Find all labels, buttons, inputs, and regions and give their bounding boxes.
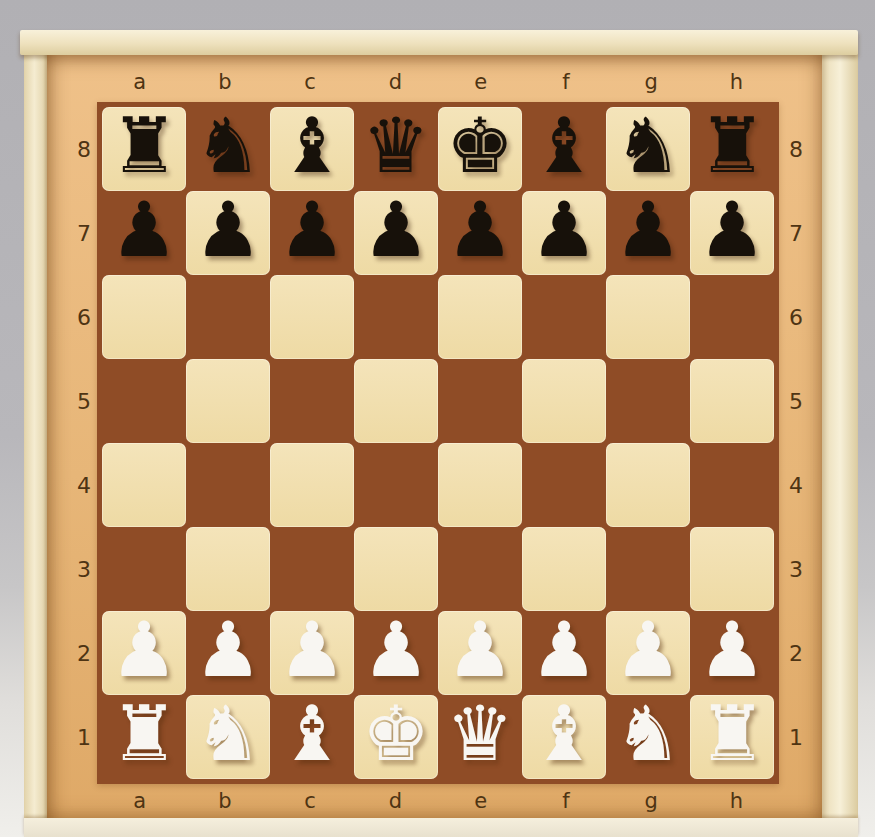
piece-white-king-d1[interactable]: ♚ <box>354 692 438 776</box>
rank-label-right-6: 6 <box>781 275 811 359</box>
square-g5[interactable] <box>606 359 690 443</box>
piece-white-bishop-c1[interactable]: ♝ <box>270 692 354 776</box>
piece-black-knight-b8[interactable]: ♞ <box>186 104 270 188</box>
square-b8[interactable]: ♞ <box>186 107 270 191</box>
piece-black-bishop-c8[interactable]: ♝ <box>270 104 354 188</box>
square-d8[interactable]: ♛ <box>354 107 438 191</box>
piece-black-rook-h8[interactable]: ♜ <box>690 104 774 188</box>
rank-label-left-3: 3 <box>69 527 99 611</box>
square-g7[interactable]: ♟ <box>606 191 690 275</box>
piece-white-pawn-a2[interactable]: ♟ <box>102 608 186 692</box>
square-h4[interactable] <box>690 443 774 527</box>
square-e5[interactable] <box>438 359 522 443</box>
file-label-bottom-e: e <box>438 786 523 816</box>
square-f3[interactable] <box>522 527 606 611</box>
square-b1[interactable]: ♞ <box>186 695 270 779</box>
rank-labels-right: 87654321 <box>781 107 811 779</box>
file-label-top-c: c <box>268 67 353 97</box>
square-a3[interactable] <box>102 527 186 611</box>
square-a7[interactable]: ♟ <box>102 191 186 275</box>
piece-white-knight-b1[interactable]: ♞ <box>186 692 270 776</box>
piece-black-pawn-g7[interactable]: ♟ <box>606 188 690 272</box>
rank-label-right-2: 2 <box>781 611 811 695</box>
piece-black-pawn-f7[interactable]: ♟ <box>522 188 606 272</box>
checkerboard-area: ♜♞♝♛♚♝♞♜♟♟♟♟♟♟♟♟♟♟♟♟♟♟♟♟♜♞♝♚♛♝♞♜ <box>97 102 779 784</box>
rank-label-right-1: 1 <box>781 695 811 779</box>
piece-black-pawn-d7[interactable]: ♟ <box>354 188 438 272</box>
square-d6[interactable] <box>354 275 438 359</box>
rank-label-right-8: 8 <box>781 107 811 191</box>
piece-white-pawn-f2[interactable]: ♟ <box>522 608 606 692</box>
piece-white-pawn-c2[interactable]: ♟ <box>270 608 354 692</box>
piece-white-rook-h1[interactable]: ♜ <box>690 692 774 776</box>
piece-white-knight-g1[interactable]: ♞ <box>606 692 690 776</box>
square-c2[interactable]: ♟ <box>270 611 354 695</box>
square-b5[interactable] <box>186 359 270 443</box>
square-a8[interactable]: ♜ <box>102 107 186 191</box>
piece-white-bishop-f1[interactable]: ♝ <box>522 692 606 776</box>
piece-black-pawn-c7[interactable]: ♟ <box>270 188 354 272</box>
file-label-top-d: d <box>353 67 438 97</box>
square-c4[interactable] <box>270 443 354 527</box>
square-c7[interactable]: ♟ <box>270 191 354 275</box>
rank-label-left-6: 6 <box>69 275 99 359</box>
rank-label-left-1: 1 <box>69 695 99 779</box>
file-label-bottom-d: d <box>353 786 438 816</box>
square-b7[interactable]: ♟ <box>186 191 270 275</box>
square-a5[interactable] <box>102 359 186 443</box>
square-g3[interactable] <box>606 527 690 611</box>
square-e4[interactable] <box>438 443 522 527</box>
rank-label-left-2: 2 <box>69 611 99 695</box>
piece-black-bishop-f8[interactable]: ♝ <box>522 104 606 188</box>
square-d3[interactable] <box>354 527 438 611</box>
piece-white-rook-a1[interactable]: ♜ <box>102 692 186 776</box>
rank-label-right-3: 3 <box>781 527 811 611</box>
square-a2[interactable]: ♟ <box>102 611 186 695</box>
square-e7[interactable]: ♟ <box>438 191 522 275</box>
square-c6[interactable] <box>270 275 354 359</box>
file-label-top-f: f <box>523 67 608 97</box>
square-f6[interactable] <box>522 275 606 359</box>
piece-white-pawn-h2[interactable]: ♟ <box>690 608 774 692</box>
piece-white-pawn-g2[interactable]: ♟ <box>606 608 690 692</box>
square-g4[interactable] <box>606 443 690 527</box>
square-f8[interactable]: ♝ <box>522 107 606 191</box>
square-h5[interactable] <box>690 359 774 443</box>
square-h2[interactable]: ♟ <box>690 611 774 695</box>
square-h3[interactable] <box>690 527 774 611</box>
square-c5[interactable] <box>270 359 354 443</box>
piece-black-pawn-h7[interactable]: ♟ <box>690 188 774 272</box>
square-e1[interactable]: ♛ <box>438 695 522 779</box>
file-label-top-b: b <box>182 67 267 97</box>
square-d4[interactable] <box>354 443 438 527</box>
file-label-top-a: a <box>97 67 182 97</box>
square-a4[interactable] <box>102 443 186 527</box>
piece-white-pawn-d2[interactable]: ♟ <box>354 608 438 692</box>
square-e8[interactable]: ♚ <box>438 107 522 191</box>
rank-label-left-8: 8 <box>69 107 99 191</box>
chess-board-grid: ♜♞♝♛♚♝♞♜♟♟♟♟♟♟♟♟♟♟♟♟♟♟♟♟♜♞♝♚♛♝♞♜ <box>102 107 774 779</box>
square-c3[interactable] <box>270 527 354 611</box>
square-h8[interactable]: ♜ <box>690 107 774 191</box>
square-d2[interactable]: ♟ <box>354 611 438 695</box>
file-label-bottom-f: f <box>523 786 608 816</box>
square-d1[interactable]: ♚ <box>354 695 438 779</box>
square-b3[interactable] <box>186 527 270 611</box>
square-g1[interactable]: ♞ <box>606 695 690 779</box>
file-label-bottom-g: g <box>609 786 694 816</box>
piece-black-king-e8[interactable]: ♚ <box>438 104 522 188</box>
file-label-top-g: g <box>609 67 694 97</box>
square-c8[interactable]: ♝ <box>270 107 354 191</box>
square-b6[interactable] <box>186 275 270 359</box>
piece-black-knight-g8[interactable]: ♞ <box>606 104 690 188</box>
square-b4[interactable] <box>186 443 270 527</box>
square-d7[interactable]: ♟ <box>354 191 438 275</box>
square-h6[interactable] <box>690 275 774 359</box>
square-f7[interactable]: ♟ <box>522 191 606 275</box>
piece-white-pawn-e2[interactable]: ♟ <box>438 608 522 692</box>
wooden-frame-bottom <box>24 818 858 837</box>
piece-white-queen-e1[interactable]: ♛ <box>438 692 522 776</box>
file-label-top-h: h <box>694 67 779 97</box>
file-labels-top: abcdefgh <box>97 67 779 97</box>
rank-label-right-4: 4 <box>781 443 811 527</box>
board-face: abcdefgh 87654321 87654321 ♜♞♝♛♚♝♞♜♟♟♟♟♟… <box>47 55 822 818</box>
demonstration-chessboard-scene: abcdefgh 87654321 87654321 ♜♞♝♛♚♝♞♜♟♟♟♟♟… <box>0 0 875 837</box>
square-f2[interactable]: ♟ <box>522 611 606 695</box>
piece-black-queen-d8[interactable]: ♛ <box>354 104 438 188</box>
piece-white-pawn-b2[interactable]: ♟ <box>186 608 270 692</box>
rank-label-right-7: 7 <box>781 191 811 275</box>
square-e2[interactable]: ♟ <box>438 611 522 695</box>
file-labels-bottom: abcdefgh <box>97 786 779 816</box>
wooden-frame-top <box>20 30 858 55</box>
square-h1[interactable]: ♜ <box>690 695 774 779</box>
file-label-top-e: e <box>438 67 523 97</box>
rank-label-left-7: 7 <box>69 191 99 275</box>
square-h7[interactable]: ♟ <box>690 191 774 275</box>
square-e3[interactable] <box>438 527 522 611</box>
rank-labels-left: 87654321 <box>69 107 99 779</box>
file-label-bottom-b: b <box>182 786 267 816</box>
square-d5[interactable] <box>354 359 438 443</box>
file-label-bottom-h: h <box>694 786 779 816</box>
file-label-bottom-a: a <box>97 786 182 816</box>
rank-label-left-4: 4 <box>69 443 99 527</box>
square-b2[interactable]: ♟ <box>186 611 270 695</box>
square-e6[interactable] <box>438 275 522 359</box>
wooden-frame-left <box>24 34 47 830</box>
wooden-frame-right <box>822 42 858 837</box>
square-f1[interactable]: ♝ <box>522 695 606 779</box>
piece-black-pawn-a7[interactable]: ♟ <box>102 188 186 272</box>
square-g2[interactable]: ♟ <box>606 611 690 695</box>
rank-label-left-5: 5 <box>69 359 99 443</box>
square-f4[interactable] <box>522 443 606 527</box>
piece-black-pawn-e7[interactable]: ♟ <box>438 188 522 272</box>
square-g6[interactable] <box>606 275 690 359</box>
rank-label-right-5: 5 <box>781 359 811 443</box>
square-a1[interactable]: ♜ <box>102 695 186 779</box>
square-g8[interactable]: ♞ <box>606 107 690 191</box>
square-c1[interactable]: ♝ <box>270 695 354 779</box>
square-a6[interactable] <box>102 275 186 359</box>
file-label-bottom-c: c <box>268 786 353 816</box>
square-f5[interactable] <box>522 359 606 443</box>
piece-black-rook-a8[interactable]: ♜ <box>102 104 186 188</box>
piece-black-pawn-b7[interactable]: ♟ <box>186 188 270 272</box>
